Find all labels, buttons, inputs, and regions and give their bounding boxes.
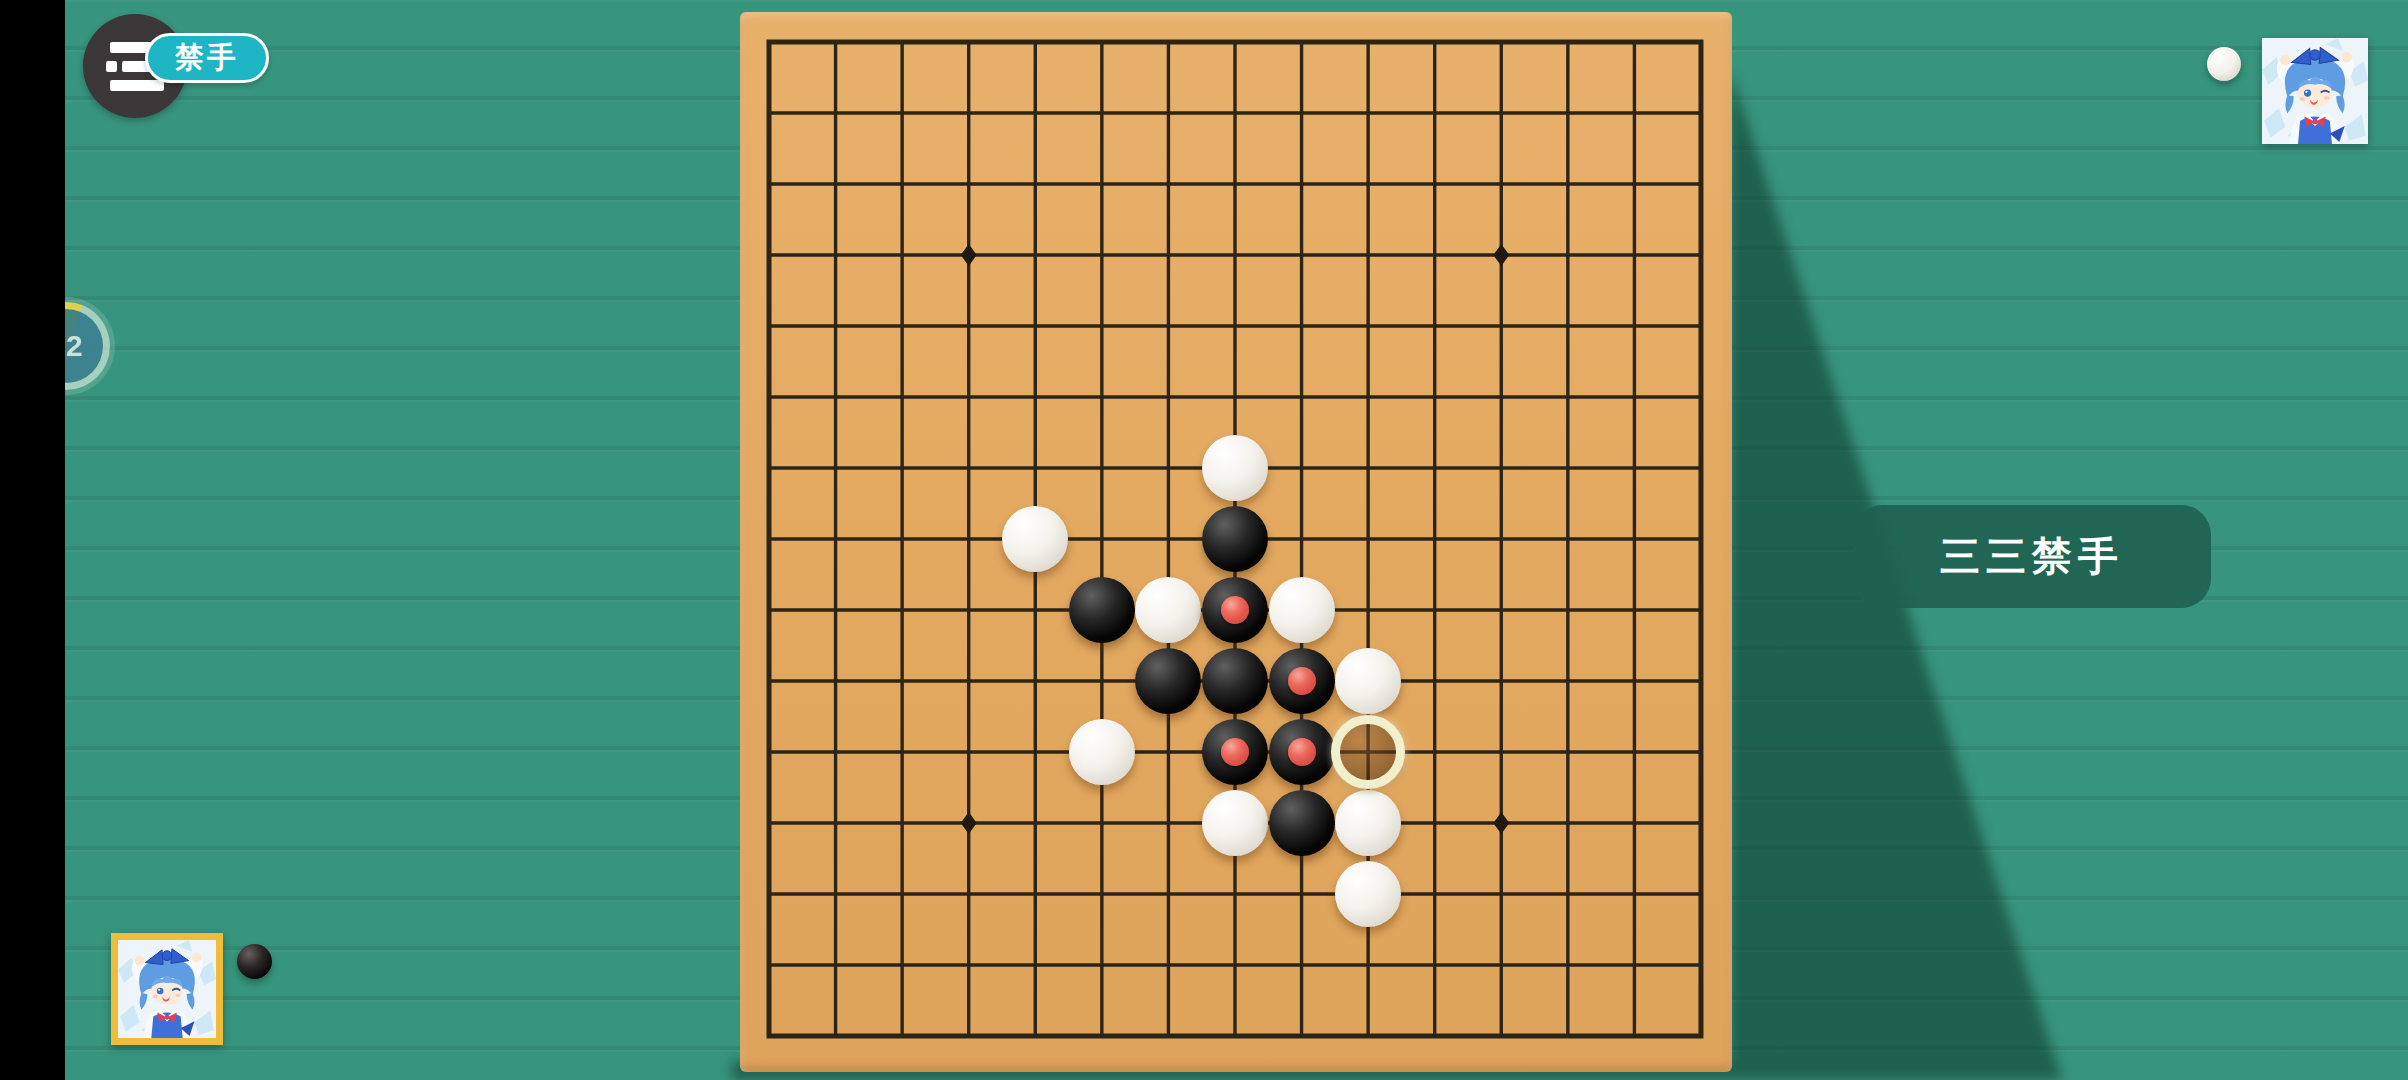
stone-black — [1135, 648, 1201, 714]
player-stone-color-indicator — [237, 944, 272, 979]
stone-black — [1269, 790, 1335, 856]
forbidden-move-toast: 三三禁手 — [1853, 505, 2211, 608]
rule-badge[interactable]: 禁手 — [145, 33, 269, 83]
forbidden-point-marker — [1331, 715, 1405, 789]
stone-black-marked — [1269, 719, 1335, 785]
stone-black — [1202, 648, 1268, 714]
stone-white — [1202, 790, 1268, 856]
stone-black-marked — [1269, 648, 1335, 714]
screen-notch-black-strip — [0, 0, 65, 1080]
red-dot-marker — [1221, 596, 1249, 624]
stone-white — [1002, 506, 1068, 572]
gomoku-board[interactable] — [740, 12, 1732, 1072]
stone-white — [1202, 435, 1268, 501]
stone-white — [1335, 861, 1401, 927]
toast-text: 三三禁手 — [1940, 529, 2124, 584]
stone-white — [1135, 577, 1201, 643]
red-dot-marker — [1288, 738, 1316, 766]
opponent-avatar[interactable] — [2262, 38, 2368, 144]
opponent-stone-color-indicator — [2207, 47, 2241, 81]
red-dot-marker — [1221, 738, 1249, 766]
stone-black — [1202, 506, 1268, 572]
rule-badge-label: 禁手 — [175, 38, 239, 78]
game-screen: 三三禁手 禁手 22 — [0, 0, 2408, 1080]
red-dot-marker — [1288, 667, 1316, 695]
stone-black-marked — [1202, 719, 1268, 785]
stone-black — [1069, 577, 1135, 643]
stone-white — [1335, 790, 1401, 856]
stone-white — [1335, 648, 1401, 714]
stone-white — [1269, 577, 1335, 643]
player-avatar-active-turn[interactable] — [111, 933, 223, 1045]
stones-layer — [740, 12, 1732, 1072]
stone-black-marked — [1202, 577, 1268, 643]
stone-white — [1069, 719, 1135, 785]
